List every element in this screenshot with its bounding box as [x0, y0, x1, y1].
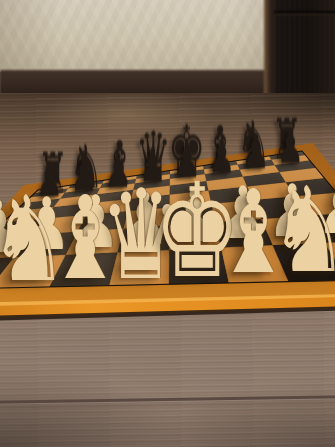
chess-photo-scene: ♜♞♝♛♚♝♞♜♟♟♟♟♟♟♟♟♟♟♟♟♟♟♟♟♜♞♝♛♚♝♞♜ [0, 0, 335, 447]
chess-board [0, 0, 335, 447]
board-sheen [0, 151, 335, 290]
